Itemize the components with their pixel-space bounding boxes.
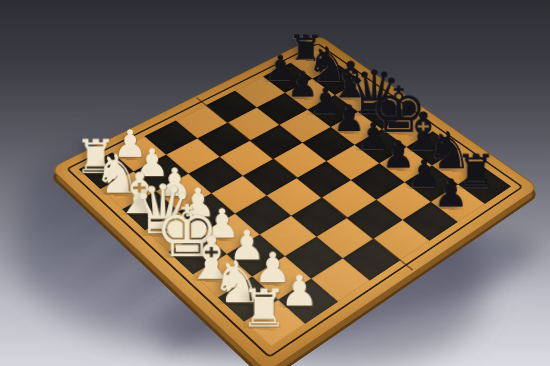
pawn-glyph: ♟: [433, 180, 468, 210]
chess-board: ♜♞♟♝♟♛♟♚♟♝♟♞♟♟♜♟♟♜♟♟♞♟♝♟♛♟♚♟♝♟♞♜: [50, 35, 539, 366]
rook-glyph: ♜: [240, 289, 287, 330]
piece-white-rook-h1[interactable]: ♜: [220, 234, 307, 330]
scene: ♜♞♟♝♟♛♟♚♟♝♟♞♟♟♜♟♟♜♟♟♞♟♝♟♛♟♚♟♝♟♞♜: [0, 0, 550, 366]
photo-stage: ♜♞♟♝♟♛♟♚♟♝♟♞♟♟♜♟♟♜♟♟♞♟♝♟♛♟♚♟♝♟♞♜: [0, 0, 550, 366]
piece-black-pawn-h7[interactable]: ♟: [412, 124, 489, 209]
